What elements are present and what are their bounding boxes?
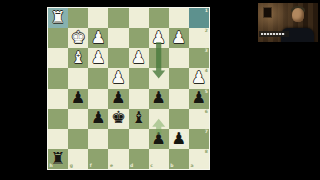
square-g6[interactable] bbox=[68, 109, 88, 129]
square-a1[interactable]: 1 bbox=[189, 8, 209, 28]
piece-bP-g5: ♟ bbox=[68, 89, 88, 109]
square-f4[interactable] bbox=[88, 68, 108, 88]
square-h2[interactable] bbox=[48, 28, 68, 48]
file-label-g: g bbox=[70, 164, 73, 169]
file-label-a: a bbox=[190, 164, 193, 169]
square-e6[interactable]: ♚ bbox=[108, 109, 128, 129]
square-b7[interactable]: ♟ bbox=[169, 129, 189, 149]
rank-label-1: 1 bbox=[205, 9, 208, 14]
square-c1[interactable] bbox=[149, 8, 169, 28]
square-g1[interactable] bbox=[68, 8, 88, 28]
file-label-c: c bbox=[150, 164, 153, 169]
square-h3[interactable] bbox=[48, 48, 68, 68]
square-b5[interactable] bbox=[169, 89, 189, 109]
file-label-f: f bbox=[90, 164, 92, 169]
square-d1[interactable] bbox=[129, 8, 149, 28]
square-a8[interactable]: 8a bbox=[189, 149, 209, 169]
square-g5[interactable]: ♟ bbox=[68, 89, 88, 109]
square-c2[interactable]: ♟ bbox=[149, 28, 169, 48]
square-g3[interactable]: ♝ bbox=[68, 48, 88, 68]
chess-board-grid: ♜1♚♟♟♟2♝♟♟3♟♟4♟♟♟♟5♟♚♝6♟♟7♜hgfedcb8a bbox=[48, 8, 209, 169]
square-f5[interactable] bbox=[88, 89, 108, 109]
square-c5[interactable]: ♟ bbox=[149, 89, 169, 109]
square-h6[interactable] bbox=[48, 109, 68, 129]
piece-wP-f3: ♟ bbox=[88, 48, 108, 68]
square-e8[interactable]: e bbox=[108, 149, 128, 169]
square-g4[interactable] bbox=[68, 68, 88, 88]
square-f3[interactable]: ♟ bbox=[88, 48, 108, 68]
square-f2[interactable]: ♟ bbox=[88, 28, 108, 48]
square-c7[interactable]: ♟ bbox=[149, 129, 169, 149]
piece-wP-b2: ♟ bbox=[169, 28, 189, 48]
participant-name-label bbox=[259, 31, 289, 37]
file-label-e: e bbox=[110, 164, 113, 169]
rank-label-2: 2 bbox=[205, 29, 208, 34]
square-c3[interactable] bbox=[149, 48, 169, 68]
square-h8[interactable]: ♜h bbox=[48, 149, 68, 169]
square-h1[interactable]: ♜ bbox=[48, 8, 68, 28]
piece-bP-c7: ♟ bbox=[149, 129, 169, 149]
square-a7[interactable]: 7 bbox=[189, 129, 209, 149]
file-label-b: b bbox=[170, 164, 173, 169]
square-e3[interactable] bbox=[108, 48, 128, 68]
square-c4[interactable] bbox=[149, 68, 169, 88]
piece-wB-g3: ♝ bbox=[68, 48, 88, 68]
square-b8[interactable]: b bbox=[169, 149, 189, 169]
square-e4[interactable]: ♟ bbox=[108, 68, 128, 88]
square-e7[interactable] bbox=[108, 129, 128, 149]
rank-label-3: 3 bbox=[205, 49, 208, 54]
piece-bP-e5: ♟ bbox=[108, 89, 128, 109]
square-b1[interactable] bbox=[169, 8, 189, 28]
chess-board: ♜1♚♟♟♟2♝♟♟3♟♟4♟♟♟♟5♟♚♝6♟♟7♜hgfedcb8a bbox=[47, 7, 210, 170]
piece-wK-g2: ♚ bbox=[68, 28, 88, 48]
square-f1[interactable] bbox=[88, 8, 108, 28]
square-a3[interactable]: 3 bbox=[189, 48, 209, 68]
square-d4[interactable] bbox=[129, 68, 149, 88]
square-g2[interactable]: ♚ bbox=[68, 28, 88, 48]
webcam-video bbox=[258, 3, 318, 42]
piece-wR-h1: ♜ bbox=[48, 8, 68, 28]
square-b4[interactable] bbox=[169, 68, 189, 88]
piece-wP-c2: ♟ bbox=[149, 28, 169, 48]
square-a4[interactable]: ♟4 bbox=[189, 68, 209, 88]
square-a6[interactable]: 6 bbox=[189, 109, 209, 129]
square-f8[interactable]: f bbox=[88, 149, 108, 169]
square-d6[interactable]: ♝ bbox=[129, 109, 149, 129]
wall-picture bbox=[263, 7, 272, 18]
square-g7[interactable] bbox=[68, 129, 88, 149]
square-h4[interactable] bbox=[48, 68, 68, 88]
square-f6[interactable]: ♟ bbox=[88, 109, 108, 129]
square-a2[interactable]: 2 bbox=[189, 28, 209, 48]
presenter-face bbox=[292, 8, 304, 22]
rank-label-6: 6 bbox=[205, 110, 208, 115]
piece-bK-e6: ♚ bbox=[108, 109, 128, 129]
piece-bP-f6: ♟ bbox=[88, 109, 108, 129]
piece-wP-e4: ♟ bbox=[108, 68, 128, 88]
piece-bP-c5: ♟ bbox=[149, 89, 169, 109]
rank-label-5: 5 bbox=[205, 90, 208, 95]
file-label-h: h bbox=[50, 164, 53, 169]
rank-label-8: 8 bbox=[205, 150, 208, 155]
square-b2[interactable]: ♟ bbox=[169, 28, 189, 48]
square-e2[interactable] bbox=[108, 28, 128, 48]
square-c8[interactable]: c bbox=[149, 149, 169, 169]
square-d8[interactable]: d bbox=[129, 149, 149, 169]
video-frame: ♜1♚♟♟♟2♝♟♟3♟♟4♟♟♟♟5♟♚♝6♟♟7♜hgfedcb8a bbox=[0, 0, 320, 180]
square-d7[interactable] bbox=[129, 129, 149, 149]
square-c6[interactable] bbox=[149, 109, 169, 129]
file-label-d: d bbox=[130, 164, 133, 169]
rank-label-4: 4 bbox=[205, 69, 208, 74]
piece-wP-d3: ♟ bbox=[129, 48, 149, 68]
square-d2[interactable] bbox=[129, 28, 149, 48]
piece-bB-d6: ♝ bbox=[129, 109, 149, 129]
rank-label-7: 7 bbox=[205, 130, 208, 135]
square-b6[interactable] bbox=[169, 109, 189, 129]
square-a5[interactable]: ♟5 bbox=[189, 89, 209, 109]
square-b3[interactable] bbox=[169, 48, 189, 68]
square-e1[interactable] bbox=[108, 8, 128, 28]
square-h5[interactable] bbox=[48, 89, 68, 109]
square-d5[interactable] bbox=[129, 89, 149, 109]
piece-bP-b7: ♟ bbox=[169, 129, 189, 149]
participant-name-text bbox=[261, 33, 285, 36]
square-e5[interactable]: ♟ bbox=[108, 89, 128, 109]
square-d3[interactable]: ♟ bbox=[129, 48, 149, 68]
square-g8[interactable]: g bbox=[68, 149, 88, 169]
piece-wP-f2: ♟ bbox=[88, 28, 108, 48]
square-h7[interactable] bbox=[48, 129, 68, 149]
square-f7[interactable] bbox=[88, 129, 108, 149]
